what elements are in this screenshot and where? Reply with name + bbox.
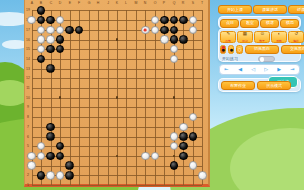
swap-colors-button[interactable]: 切换黑白 (245, 45, 279, 54)
black-stone-P18 (160, 16, 169, 25)
row-label: 13 (26, 67, 30, 71)
tool-button-row: ✎画笔 ▦标记 ⊙数子 ◐形势 ↺悔棋 ⚑认输 ✓判断 (220, 31, 299, 43)
white-stone-S8 (189, 113, 198, 122)
row-label: 8 (27, 115, 29, 119)
white-stone-N17 (141, 26, 150, 35)
white-stone-N4 (141, 152, 150, 161)
row-label: 2 (27, 174, 29, 178)
black-stone-Q17 (170, 26, 179, 35)
undo-icon: ↺ (294, 31, 298, 35)
white-stone-C2 (46, 171, 55, 180)
row-label: 19 (26, 9, 30, 13)
fast-forward-icon[interactable]: ▶ (277, 67, 281, 72)
grid-line-vertical (136, 10, 137, 185)
row-label: 6 (27, 135, 29, 139)
practice-toggle[interactable] (258, 56, 275, 62)
black-stone-R6 (179, 132, 188, 141)
black-stone-C18 (46, 16, 55, 25)
app-window: ABCDEFGHJKLMNOPQRST191817161514131211109… (0, 0, 304, 190)
row-label: 14 (26, 57, 30, 61)
white-stone-Q15 (170, 45, 179, 54)
white-stone-A3 (27, 161, 36, 170)
column-label: C (49, 1, 52, 5)
column-label: L (125, 1, 127, 5)
hoshi-point (116, 96, 119, 99)
go-first-icon[interactable]: ⇤ (225, 67, 229, 72)
kifu-button[interactable]: 棋谱 (260, 19, 279, 28)
pen-tool-button[interactable]: ✎画笔 (220, 31, 236, 43)
black-stone-R5 (179, 142, 188, 151)
control-panel: 开始上课 课堂讲话 授课模式 课堂互动 点目 教室 棋谱 棋局 ✎画笔 ▦标记 … (217, 0, 302, 190)
count-icon: ⊙ (260, 31, 264, 35)
grid-line-horizontal (32, 117, 203, 118)
white-stone-B16 (37, 35, 46, 44)
class-talk-button[interactable]: 课堂讲话 (253, 5, 287, 14)
teach-mode-button[interactable]: 授课模式 (288, 5, 304, 14)
column-label: J (107, 1, 109, 5)
black-stone-P17 (160, 26, 169, 35)
practice-label: 开始练习 (222, 57, 238, 61)
black-stone-E3 (65, 161, 74, 170)
start-class-button[interactable]: 开始上课 (218, 5, 252, 14)
column-label: N (144, 1, 147, 5)
black-stone-B18 (37, 16, 46, 25)
column-label: K (116, 1, 118, 5)
hoshi-point (116, 155, 119, 158)
bottom-button-row: 布置作业 演示模式 (221, 81, 279, 90)
playback-bar: ⇤ ◀ ◁ ▷ ▶ ⇥ (219, 64, 300, 75)
class-button-row: 开始上课 课堂讲话 授课模式 课堂互动 (218, 5, 301, 14)
black-stone-Q3 (170, 161, 179, 170)
hoshi-point (173, 155, 176, 158)
tools-card: ✎画笔 ▦标记 ⊙数子 ◐形势 ↺悔棋 ⚑认输 ✓判断 ● ● ○ 切换黑白 交… (218, 28, 301, 62)
column-label: F (78, 1, 80, 5)
white-stone-C16 (46, 35, 55, 44)
classroom-button[interactable]: 教室 (240, 19, 259, 28)
white-stone-P16 (160, 35, 169, 44)
black-stone-D4 (56, 152, 65, 161)
grid-line-horizontal (32, 185, 203, 186)
white-stone-S17 (189, 26, 198, 35)
white-stone-S3 (189, 161, 198, 170)
white-stone-C17 (46, 26, 55, 35)
estimate-icon: ◐ (278, 31, 281, 35)
step-forward-icon[interactable]: ▷ (264, 67, 268, 72)
black-stone-D5 (56, 142, 65, 151)
white-stone-A18 (27, 16, 36, 25)
column-label: O (154, 1, 157, 5)
toggle-knob (260, 57, 265, 62)
black-stone-S6 (189, 132, 198, 141)
count-tool-button[interactable]: ⊙数子 (254, 31, 270, 43)
grid-line-vertical (202, 10, 203, 185)
black-stone-C4 (46, 152, 55, 161)
black-stone-C15 (46, 45, 55, 54)
row-label: 9 (27, 106, 29, 110)
column-label: P (163, 1, 165, 5)
row-label: 12 (26, 77, 30, 81)
exchange-colors-button[interactable]: 交换黑白 (281, 45, 304, 54)
demo-mode-button[interactable]: 演示模式 (257, 81, 291, 90)
black-stone-F17 (75, 26, 84, 35)
mark-icon: ▦ (243, 31, 247, 35)
white-stone-B5 (37, 142, 46, 151)
last-move-marker (144, 28, 147, 31)
white-stone-S18 (189, 16, 198, 25)
column-label: G (87, 1, 90, 5)
black-stone-R16 (179, 35, 188, 44)
column-label: Q (172, 1, 175, 5)
action-button-row: 点目 教室 棋谱 棋局 (220, 19, 299, 28)
black-stone-C7 (46, 123, 55, 132)
white-stone-O4 (151, 152, 160, 161)
white-stone-B4 (37, 152, 46, 161)
practice-row: 开始练习 (222, 55, 299, 63)
grid-line-horizontal (32, 127, 203, 128)
column-label: E (68, 1, 70, 5)
assign-homework-button[interactable]: 布置作业 (221, 81, 255, 90)
white-stone-B17 (37, 26, 46, 35)
white-stone-A4 (27, 152, 36, 161)
black-stone-D15 (56, 45, 65, 54)
black-stone-R4 (179, 152, 188, 161)
column-label: B (40, 1, 42, 5)
count-points-button[interactable]: 点目 (220, 19, 239, 28)
black-stone-C13 (46, 64, 55, 73)
hoshi-point (173, 96, 176, 99)
go-board[interactable]: ABCDEFGHJKLMNOPQRST191817161514131211109… (24, 0, 210, 187)
row-label: 15 (26, 47, 30, 51)
homework-card: 已连接 布置作业 演示模式 (218, 78, 301, 92)
black-stone-B14 (37, 55, 46, 64)
white-stone-T2 (198, 171, 207, 180)
grid-line-vertical (126, 10, 127, 185)
black-stone-D16 (56, 35, 65, 44)
black-stone-Q16 (170, 35, 179, 44)
row-label: 10 (26, 96, 30, 100)
grid-line-vertical (193, 10, 194, 185)
fast-back-icon[interactable]: ◀ (238, 67, 242, 72)
black-stone-E2 (65, 171, 74, 180)
mark-tool-button[interactable]: ▦标记 (237, 31, 253, 43)
white-stone-Q14 (170, 55, 179, 64)
black-stone-C6 (46, 132, 55, 141)
white-stone-O17 (151, 26, 160, 35)
white-stone-D17 (56, 26, 65, 35)
row-label: 1 (27, 183, 29, 187)
black-stone-B19 (37, 6, 46, 15)
column-label: H (97, 1, 100, 5)
white-stone-B15 (37, 45, 46, 54)
undo-tool-button[interactable]: ↺悔棋 (288, 31, 304, 43)
white-stone-O18 (151, 16, 160, 25)
white-stone-Q5 (170, 142, 179, 151)
column-label: A (31, 1, 33, 5)
step-back-icon[interactable]: ◁ (251, 67, 255, 72)
column-label: T (201, 1, 203, 5)
estimate-tool-button[interactable]: ◐形势 (271, 31, 287, 43)
row-label: 16 (26, 38, 30, 42)
black-stone-Q18 (170, 16, 179, 25)
selected-dot (222, 46, 225, 49)
column-label: S (192, 1, 194, 5)
row-label: 17 (26, 28, 30, 32)
row-label: 7 (27, 125, 29, 129)
pen-icon: ✎ (226, 31, 230, 35)
go-last-icon[interactable]: ⇥ (290, 67, 294, 72)
white-stone-toggle[interactable]: ○ (236, 45, 242, 54)
white-stone-Q6 (170, 132, 179, 141)
row-label: 11 (26, 86, 30, 90)
black-stone-toggle[interactable]: ● (228, 45, 234, 54)
stone-toggle-row: ● ● ○ 切换黑白 交换黑白 (220, 45, 299, 54)
column-label: D (59, 1, 62, 5)
column-label: M (134, 1, 137, 5)
game-button[interactable]: 棋局 (280, 19, 299, 28)
row-label: 5 (27, 144, 29, 148)
column-label: R (182, 1, 185, 5)
black-stone-B2 (37, 171, 46, 180)
black-stone-E17 (65, 26, 74, 35)
black-stone-R18 (179, 16, 188, 25)
black-stone-toggle-selected[interactable]: ● (220, 45, 226, 54)
white-stone-D2 (56, 171, 65, 180)
white-stone-R7 (179, 123, 188, 132)
grid-line-horizontal (32, 107, 203, 108)
white-stone-D18 (56, 16, 65, 25)
